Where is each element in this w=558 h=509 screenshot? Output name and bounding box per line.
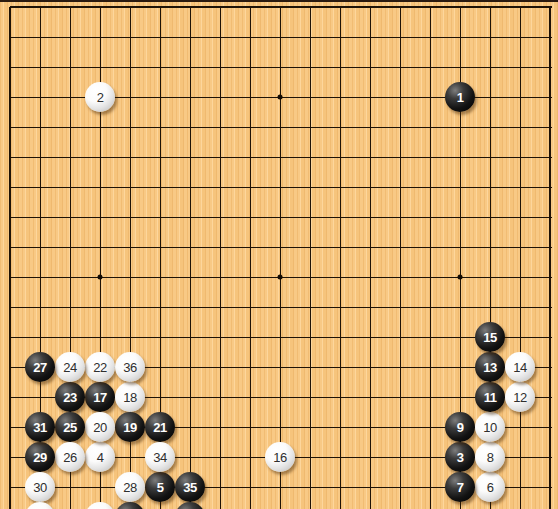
stone-black[interactable]: 29 — [25, 442, 55, 472]
star-point — [98, 275, 103, 280]
move-number: 4 — [97, 451, 104, 464]
move-number: 3 — [457, 451, 464, 464]
move-number: 13 — [483, 361, 496, 374]
star-point — [458, 275, 463, 280]
stone-black[interactable]: 5 — [145, 472, 175, 502]
grid-line-horizontal — [10, 67, 552, 68]
move-number: 6 — [487, 481, 494, 494]
move-number: 10 — [483, 421, 496, 434]
window-top-edge — [0, 0, 558, 2]
grid-line-horizontal — [10, 247, 552, 248]
stone-white[interactable]: 26 — [55, 442, 85, 472]
grid-line-vertical — [9, 7, 11, 509]
grid-line-vertical — [220, 7, 221, 509]
grid-line-vertical — [370, 7, 371, 509]
grid-line-horizontal — [10, 6, 552, 8]
move-number: 11 — [484, 391, 497, 404]
move-number: 19 — [123, 421, 136, 434]
stone-white[interactable] — [25, 502, 55, 509]
star-point — [278, 275, 283, 280]
grid-line-horizontal — [10, 337, 552, 338]
stone-white[interactable]: 28 — [115, 472, 145, 502]
move-number: 12 — [513, 391, 526, 404]
move-number: 9 — [457, 421, 464, 434]
move-number: 29 — [33, 451, 46, 464]
move-number: 20 — [93, 421, 106, 434]
stone-white[interactable]: 18 — [115, 382, 145, 412]
stone-white[interactable] — [85, 502, 115, 509]
stone-black[interactable]: 3 — [445, 442, 475, 472]
stone-white[interactable]: 16 — [265, 442, 295, 472]
stone-white[interactable]: 36 — [115, 352, 145, 382]
move-number: 14 — [513, 361, 526, 374]
move-number: 5 — [157, 481, 164, 494]
stone-black[interactable]: 15 — [475, 322, 505, 352]
grid-line-vertical — [549, 7, 551, 509]
stone-black[interactable]: 19 — [115, 412, 145, 442]
stone-black[interactable]: 27 — [25, 352, 55, 382]
grid-line-horizontal — [10, 157, 552, 158]
grid-line-horizontal — [10, 187, 552, 188]
stone-black[interactable]: 17 — [85, 382, 115, 412]
move-number: 21 — [153, 421, 166, 434]
move-number: 27 — [33, 361, 46, 374]
stone-white[interactable]: 14 — [505, 352, 535, 382]
grid-line-horizontal — [10, 217, 552, 218]
star-point — [278, 95, 283, 100]
move-number: 2 — [97, 91, 104, 104]
stone-white[interactable]: 4 — [85, 442, 115, 472]
stone-black[interactable]: 1 — [445, 82, 475, 112]
stone-white[interactable]: 12 — [505, 382, 535, 412]
stone-white[interactable]: 20 — [85, 412, 115, 442]
grid-line-vertical — [520, 7, 521, 509]
stone-black[interactable]: 35 — [175, 472, 205, 502]
move-number: 30 — [33, 481, 46, 494]
move-number: 34 — [153, 451, 166, 464]
grid-line-horizontal — [10, 307, 552, 308]
grid-line-horizontal — [10, 127, 552, 128]
stone-white[interactable]: 22 — [85, 352, 115, 382]
grid-line-horizontal — [10, 37, 552, 38]
stone-black[interactable] — [115, 502, 145, 509]
move-number: 25 — [63, 421, 76, 434]
stone-black[interactable]: 23 — [55, 382, 85, 412]
move-number: 8 — [487, 451, 494, 464]
move-number: 31 — [33, 421, 46, 434]
stone-black[interactable]: 21 — [145, 412, 175, 442]
stone-white[interactable]: 24 — [55, 352, 85, 382]
move-number: 26 — [63, 451, 76, 464]
stone-black[interactable]: 7 — [445, 472, 475, 502]
stone-white[interactable]: 34 — [145, 442, 175, 472]
stone-white[interactable]: 8 — [475, 442, 505, 472]
stone-black[interactable]: 25 — [55, 412, 85, 442]
move-number: 24 — [63, 361, 76, 374]
go-board[interactable]: 1234567891011121314151617181920212223242… — [0, 0, 558, 509]
grid-line-vertical — [400, 7, 401, 509]
grid-line-vertical — [280, 7, 281, 509]
grid-line-vertical — [310, 7, 311, 509]
stone-black[interactable]: 13 — [475, 352, 505, 382]
stone-white[interactable]: 30 — [25, 472, 55, 502]
stone-black[interactable]: 11 — [475, 382, 505, 412]
move-number: 15 — [483, 331, 496, 344]
grid-line-vertical — [340, 7, 341, 509]
stone-black[interactable]: 31 — [25, 412, 55, 442]
move-number: 23 — [63, 391, 76, 404]
move-number: 28 — [123, 481, 136, 494]
move-number: 36 — [123, 361, 136, 374]
grid-line-vertical — [250, 7, 251, 509]
move-number: 1 — [457, 91, 464, 104]
move-number: 7 — [457, 481, 464, 494]
grid-line-vertical — [430, 7, 431, 509]
stone-white[interactable]: 10 — [475, 412, 505, 442]
stone-white[interactable]: 6 — [475, 472, 505, 502]
stone-black[interactable] — [175, 502, 205, 509]
stone-black[interactable]: 9 — [445, 412, 475, 442]
move-number: 16 — [273, 451, 286, 464]
move-number: 18 — [123, 391, 136, 404]
stone-white[interactable]: 2 — [85, 82, 115, 112]
move-number: 17 — [93, 391, 106, 404]
grid-line-vertical — [190, 7, 191, 509]
move-number: 22 — [93, 361, 106, 374]
move-number: 35 — [183, 481, 196, 494]
